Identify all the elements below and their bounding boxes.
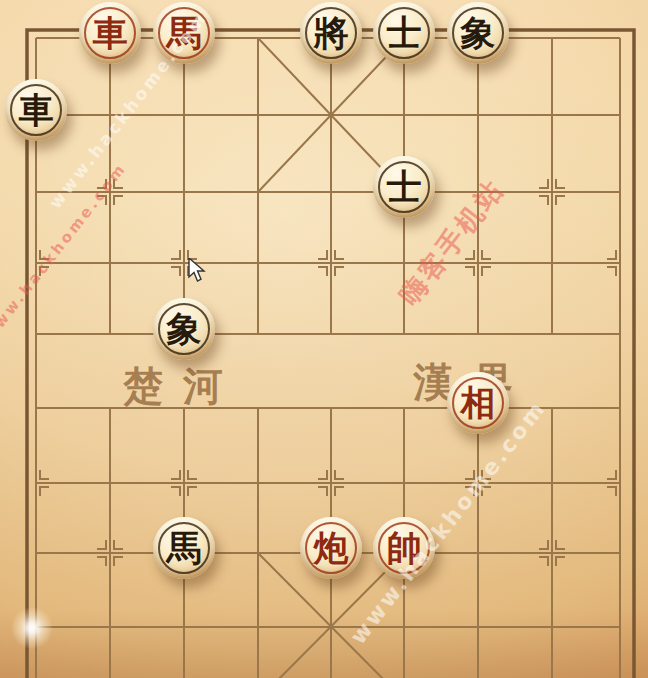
piece-character: 象 bbox=[461, 16, 496, 51]
piece-character: 將 bbox=[314, 16, 349, 51]
piece-black-horse[interactable]: 馬 bbox=[153, 517, 215, 579]
piece-red-cannon[interactable]: 炮 bbox=[300, 517, 362, 579]
piece-character: 馬 bbox=[167, 16, 202, 51]
piece-character: 士 bbox=[387, 170, 422, 205]
piece-character: 炮 bbox=[314, 531, 349, 566]
river-label-chu-he: 楚河 bbox=[113, 359, 243, 414]
piece-character: 相 bbox=[461, 386, 496, 421]
piece-red-chariot[interactable]: 車 bbox=[79, 2, 141, 64]
piece-black-advisor[interactable]: 士 bbox=[373, 156, 435, 218]
piece-black-advisor[interactable]: 士 bbox=[373, 2, 435, 64]
piece-character: 帥 bbox=[387, 531, 422, 566]
piece-character: 士 bbox=[387, 16, 422, 51]
piece-black-general[interactable]: 將 bbox=[300, 2, 362, 64]
piece-black-elephant[interactable]: 象 bbox=[447, 2, 509, 64]
piece-red-elephant[interactable]: 相 bbox=[447, 372, 509, 434]
piece-black-elephant[interactable]: 象 bbox=[153, 298, 215, 360]
piece-red-general[interactable]: 帥 bbox=[373, 517, 435, 579]
piece-character: 車 bbox=[93, 16, 128, 51]
xiangqi-board: 楚河 漢界 車馬將士象車士象相馬炮帥 www.hackhome.comwww.h… bbox=[0, 0, 648, 678]
piece-character: 馬 bbox=[167, 531, 202, 566]
piece-character: 車 bbox=[19, 93, 54, 128]
piece-black-chariot[interactable]: 車 bbox=[5, 79, 67, 141]
piece-character: 象 bbox=[167, 312, 202, 347]
piece-red-horse[interactable]: 馬 bbox=[153, 2, 215, 64]
